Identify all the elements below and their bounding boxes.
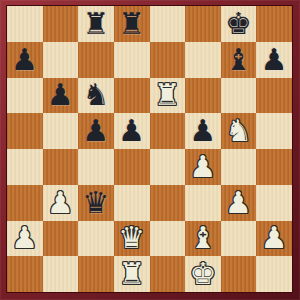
piece-black-pawn-h7[interactable]: ♟ xyxy=(256,42,292,78)
square-d4[interactable] xyxy=(114,149,150,185)
square-c7[interactable] xyxy=(78,42,114,78)
square-b3[interactable]: ♟ xyxy=(43,185,79,221)
square-d8[interactable]: ♜ xyxy=(114,6,150,42)
square-f6[interactable] xyxy=(185,78,221,114)
square-c2[interactable] xyxy=(78,221,114,257)
square-d1[interactable]: ♜ xyxy=(114,256,150,292)
square-h1[interactable] xyxy=(256,256,292,292)
piece-white-rook-d1[interactable]: ♜ xyxy=(114,256,150,292)
square-e4[interactable] xyxy=(150,149,186,185)
square-e2[interactable] xyxy=(150,221,186,257)
square-g7[interactable]: ♝ xyxy=(221,42,257,78)
piece-black-knight-c6[interactable]: ♞ xyxy=(78,78,114,114)
square-h2[interactable]: ♟ xyxy=(256,221,292,257)
square-g5[interactable]: ♞ xyxy=(221,113,257,149)
square-b6[interactable]: ♟ xyxy=(43,78,79,114)
square-d7[interactable] xyxy=(114,42,150,78)
piece-black-king-g8[interactable]: ♚ xyxy=(221,6,257,42)
piece-black-pawn-a7[interactable]: ♟ xyxy=(7,42,43,78)
square-a3[interactable] xyxy=(7,185,43,221)
piece-white-pawn-a2[interactable]: ♟ xyxy=(7,221,43,257)
piece-black-pawn-c5[interactable]: ♟ xyxy=(78,113,114,149)
square-f2[interactable]: ♝ xyxy=(185,221,221,257)
square-a5[interactable] xyxy=(7,113,43,149)
square-c3[interactable]: ♛ xyxy=(78,185,114,221)
square-h6[interactable] xyxy=(256,78,292,114)
piece-black-pawn-b6[interactable]: ♟ xyxy=(43,78,79,114)
square-b5[interactable] xyxy=(43,113,79,149)
square-g8[interactable]: ♚ xyxy=(221,6,257,42)
square-h7[interactable]: ♟ xyxy=(256,42,292,78)
square-g2[interactable] xyxy=(221,221,257,257)
square-f5[interactable]: ♟ xyxy=(185,113,221,149)
square-c4[interactable] xyxy=(78,149,114,185)
square-g3[interactable]: ♟ xyxy=(221,185,257,221)
piece-white-queen-d2[interactable]: ♛ xyxy=(114,221,150,257)
piece-white-rook-e6[interactable]: ♜ xyxy=(150,78,186,114)
square-f8[interactable] xyxy=(185,6,221,42)
piece-black-rook-d8[interactable]: ♜ xyxy=(114,6,150,42)
square-d3[interactable] xyxy=(114,185,150,221)
piece-black-bishop-g7[interactable]: ♝ xyxy=(221,42,257,78)
square-c1[interactable] xyxy=(78,256,114,292)
piece-white-knight-g5[interactable]: ♞ xyxy=(221,113,257,149)
square-f1[interactable]: ♚ xyxy=(185,256,221,292)
square-h5[interactable] xyxy=(256,113,292,149)
square-e3[interactable] xyxy=(150,185,186,221)
square-b8[interactable] xyxy=(43,6,79,42)
square-h3[interactable] xyxy=(256,185,292,221)
square-a6[interactable] xyxy=(7,78,43,114)
square-c6[interactable]: ♞ xyxy=(78,78,114,114)
square-e1[interactable] xyxy=(150,256,186,292)
chess-board: ♜♜♚♟♝♟♟♞♜♟♟♟♞♟♟♛♟♟♛♝♟♜♚ xyxy=(7,6,292,292)
square-g4[interactable] xyxy=(221,149,257,185)
square-d2[interactable]: ♛ xyxy=(114,221,150,257)
square-g6[interactable] xyxy=(221,78,257,114)
square-f7[interactable] xyxy=(185,42,221,78)
square-e5[interactable] xyxy=(150,113,186,149)
square-e7[interactable] xyxy=(150,42,186,78)
piece-white-pawn-h2[interactable]: ♟ xyxy=(256,221,292,257)
piece-white-king-f1[interactable]: ♚ xyxy=(185,256,221,292)
square-f3[interactable] xyxy=(185,185,221,221)
square-e6[interactable]: ♜ xyxy=(150,78,186,114)
square-a8[interactable] xyxy=(7,6,43,42)
piece-black-rook-c8[interactable]: ♜ xyxy=(78,6,114,42)
piece-white-bishop-f2[interactable]: ♝ xyxy=(185,221,221,257)
square-d5[interactable]: ♟ xyxy=(114,113,150,149)
piece-white-pawn-b3[interactable]: ♟ xyxy=(43,185,79,221)
square-b1[interactable] xyxy=(43,256,79,292)
piece-black-pawn-f5[interactable]: ♟ xyxy=(185,113,221,149)
square-b2[interactable] xyxy=(43,221,79,257)
square-h4[interactable] xyxy=(256,149,292,185)
square-a1[interactable] xyxy=(7,256,43,292)
piece-black-queen-c3[interactable]: ♛ xyxy=(78,185,114,221)
square-a4[interactable] xyxy=(7,149,43,185)
square-e8[interactable] xyxy=(150,6,186,42)
square-a7[interactable]: ♟ xyxy=(7,42,43,78)
square-g1[interactable] xyxy=(221,256,257,292)
piece-white-pawn-g3[interactable]: ♟ xyxy=(221,185,257,221)
square-b4[interactable] xyxy=(43,149,79,185)
chess-board-frame: ♜♜♚♟♝♟♟♞♜♟♟♟♞♟♟♛♟♟♛♝♟♜♚ xyxy=(0,0,300,300)
square-a2[interactable]: ♟ xyxy=(7,221,43,257)
square-b7[interactable] xyxy=(43,42,79,78)
square-c5[interactable]: ♟ xyxy=(78,113,114,149)
piece-black-pawn-d5[interactable]: ♟ xyxy=(114,113,150,149)
square-h8[interactable] xyxy=(256,6,292,42)
square-d6[interactable] xyxy=(114,78,150,114)
piece-white-pawn-f4[interactable]: ♟ xyxy=(185,149,221,185)
square-f4[interactable]: ♟ xyxy=(185,149,221,185)
square-c8[interactable]: ♜ xyxy=(78,6,114,42)
